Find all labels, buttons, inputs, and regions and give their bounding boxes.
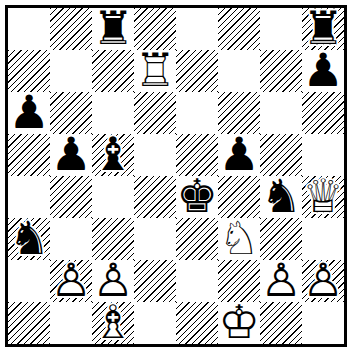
square-d6[interactable] bbox=[134, 92, 176, 134]
square-g8[interactable] bbox=[260, 8, 302, 50]
piece-white-pawn-b2[interactable]: ♟♙ bbox=[50, 260, 92, 302]
chess-board: ♜♜♜♜♜♖♟♟♟♟♟♟♝♝♟♟♚♚♞♞♛♕♞♞♞♘♟♙♟♙♟♙♟♙♝♗♚♔ bbox=[5, 5, 347, 347]
square-h6[interactable] bbox=[302, 92, 344, 134]
square-a6[interactable]: ♟♟ bbox=[8, 92, 50, 134]
square-g2[interactable]: ♟♙ bbox=[260, 260, 302, 302]
piece-black-king-e4[interactable]: ♚♚ bbox=[176, 176, 218, 218]
piece-glyph: ♕ bbox=[302, 173, 344, 219]
piece-glyph: ♚ bbox=[176, 173, 218, 219]
square-d4[interactable] bbox=[134, 176, 176, 218]
square-e4[interactable]: ♚♚ bbox=[176, 176, 218, 218]
square-h4[interactable]: ♛♕ bbox=[302, 176, 344, 218]
square-h7[interactable]: ♟♟ bbox=[302, 50, 344, 92]
square-h2[interactable]: ♟♙ bbox=[302, 260, 344, 302]
square-c4[interactable] bbox=[92, 176, 134, 218]
square-b1[interactable] bbox=[50, 302, 92, 344]
square-d7[interactable]: ♜♖ bbox=[134, 50, 176, 92]
piece-black-knight-a3[interactable]: ♞♞ bbox=[8, 218, 50, 260]
square-h1[interactable] bbox=[302, 302, 344, 344]
piece-white-knight-f3[interactable]: ♞♘ bbox=[218, 218, 260, 260]
piece-glyph: ♘ bbox=[218, 215, 260, 261]
piece-glyph: ♙ bbox=[50, 257, 92, 303]
square-d3[interactable] bbox=[134, 218, 176, 260]
piece-black-pawn-f5[interactable]: ♟♟ bbox=[218, 134, 260, 176]
piece-glyph: ♗ bbox=[92, 299, 134, 345]
piece-black-pawn-a6[interactable]: ♟♟ bbox=[8, 92, 50, 134]
piece-white-pawn-h2[interactable]: ♟♙ bbox=[302, 260, 344, 302]
piece-glyph: ♟ bbox=[218, 131, 260, 177]
square-d2[interactable] bbox=[134, 260, 176, 302]
square-b2[interactable]: ♟♙ bbox=[50, 260, 92, 302]
square-a5[interactable] bbox=[8, 134, 50, 176]
piece-white-pawn-g2[interactable]: ♟♙ bbox=[260, 260, 302, 302]
square-c1[interactable]: ♝♗ bbox=[92, 302, 134, 344]
piece-black-knight-g4[interactable]: ♞♞ bbox=[260, 176, 302, 218]
square-f1[interactable]: ♚♔ bbox=[218, 302, 260, 344]
square-d1[interactable] bbox=[134, 302, 176, 344]
square-b8[interactable] bbox=[50, 8, 92, 50]
square-g1[interactable] bbox=[260, 302, 302, 344]
square-a8[interactable] bbox=[8, 8, 50, 50]
piece-glyph: ♟ bbox=[50, 131, 92, 177]
square-e2[interactable] bbox=[176, 260, 218, 302]
square-e6[interactable] bbox=[176, 92, 218, 134]
piece-white-bishop-c1[interactable]: ♝♗ bbox=[92, 302, 134, 344]
piece-black-pawn-b5[interactable]: ♟♟ bbox=[50, 134, 92, 176]
square-b4[interactable] bbox=[50, 176, 92, 218]
square-f7[interactable] bbox=[218, 50, 260, 92]
square-g6[interactable] bbox=[260, 92, 302, 134]
square-d5[interactable] bbox=[134, 134, 176, 176]
piece-glyph: ♟ bbox=[8, 89, 50, 135]
piece-white-king-f1[interactable]: ♚♔ bbox=[218, 302, 260, 344]
piece-glyph: ♔ bbox=[218, 299, 260, 345]
square-f5[interactable]: ♟♟ bbox=[218, 134, 260, 176]
square-e1[interactable] bbox=[176, 302, 218, 344]
square-g7[interactable] bbox=[260, 50, 302, 92]
square-c7[interactable] bbox=[92, 50, 134, 92]
square-f8[interactable] bbox=[218, 8, 260, 50]
square-e7[interactable] bbox=[176, 50, 218, 92]
piece-glyph: ♝ bbox=[92, 131, 134, 177]
piece-glyph: ♖ bbox=[134, 47, 176, 93]
square-b5[interactable]: ♟♟ bbox=[50, 134, 92, 176]
piece-glyph: ♙ bbox=[260, 257, 302, 303]
square-f3[interactable]: ♞♘ bbox=[218, 218, 260, 260]
piece-black-pawn-h7[interactable]: ♟♟ bbox=[302, 50, 344, 92]
piece-white-queen-h4[interactable]: ♛♕ bbox=[302, 176, 344, 218]
piece-glyph: ♞ bbox=[8, 215, 50, 261]
piece-glyph: ♙ bbox=[302, 257, 344, 303]
square-c8[interactable]: ♜♜ bbox=[92, 8, 134, 50]
piece-white-rook-d7[interactable]: ♜♖ bbox=[134, 50, 176, 92]
piece-glyph: ♞ bbox=[260, 173, 302, 219]
square-g4[interactable]: ♞♞ bbox=[260, 176, 302, 218]
square-e3[interactable] bbox=[176, 218, 218, 260]
piece-black-rook-c8[interactable]: ♜♜ bbox=[92, 8, 134, 50]
square-a2[interactable] bbox=[8, 260, 50, 302]
square-c5[interactable]: ♝♝ bbox=[92, 134, 134, 176]
square-e8[interactable] bbox=[176, 8, 218, 50]
piece-glyph: ♟ bbox=[302, 47, 344, 93]
piece-glyph: ♜ bbox=[92, 5, 134, 51]
square-a1[interactable] bbox=[8, 302, 50, 344]
square-a3[interactable]: ♞♞ bbox=[8, 218, 50, 260]
piece-black-bishop-c5[interactable]: ♝♝ bbox=[92, 134, 134, 176]
square-b7[interactable] bbox=[50, 50, 92, 92]
